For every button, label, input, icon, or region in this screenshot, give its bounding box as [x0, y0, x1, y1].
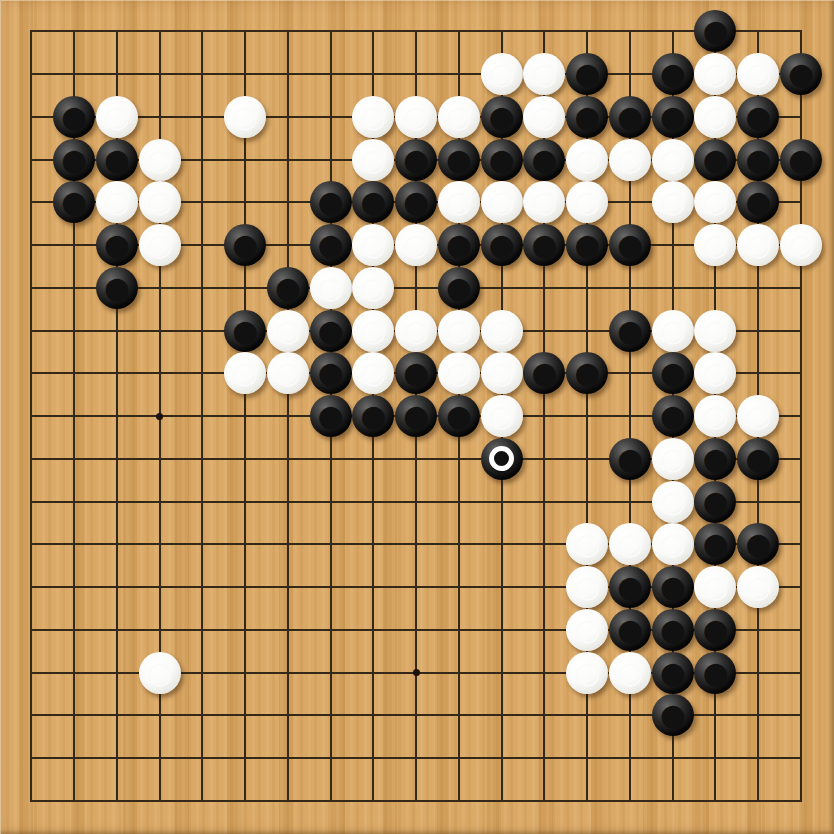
stone-white: ○	[310, 267, 352, 309]
stone-white: ○	[224, 352, 266, 394]
stone-white: ○	[352, 96, 394, 138]
stone-white: ○	[481, 395, 523, 437]
stone-white: ○	[352, 139, 394, 181]
stone-black: ●	[523, 139, 565, 181]
stone-black: ●	[694, 10, 736, 52]
stone-black: ●	[481, 224, 523, 266]
stone-black: ●	[438, 224, 480, 266]
stone-black: ●	[53, 139, 95, 181]
stone-white: ○	[96, 181, 138, 223]
stone-white: ○	[694, 310, 736, 352]
stone-black: ●	[481, 438, 523, 480]
stone-black: ●	[523, 352, 565, 394]
stone-black: ●	[694, 438, 736, 480]
grid-line-horizontal	[30, 800, 802, 802]
stone-black: ●	[395, 352, 437, 394]
stone-black: ●	[737, 523, 779, 565]
stone-black: ●	[481, 139, 523, 181]
stone-black: ●	[267, 267, 309, 309]
stone-white: ○	[352, 224, 394, 266]
stone-white: ○	[652, 139, 694, 181]
stone-white: ○	[395, 224, 437, 266]
stone-white: ○	[96, 96, 138, 138]
stone-black: ●	[566, 224, 608, 266]
stone-black: ●	[438, 267, 480, 309]
stone-black: ●	[780, 139, 822, 181]
stone-white: ○	[267, 310, 309, 352]
stone-white: ○	[481, 53, 523, 95]
stone-white: ○	[694, 96, 736, 138]
stone-black: ●	[694, 609, 736, 651]
stone-white: ○	[438, 181, 480, 223]
stone-black: ●	[310, 310, 352, 352]
stone-white: ○	[609, 523, 651, 565]
stone-black: ●	[96, 224, 138, 266]
stone-white: ○	[694, 181, 736, 223]
stone-white: ○	[438, 352, 480, 394]
stone-white: ○	[352, 310, 394, 352]
stone-white: ○	[694, 352, 736, 394]
stone-black: ●	[652, 96, 694, 138]
stone-white: ○	[737, 224, 779, 266]
stone-white: ○	[395, 310, 437, 352]
stone-black: ●	[53, 96, 95, 138]
grid-line-horizontal	[30, 757, 802, 759]
stone-black: ●	[694, 481, 736, 523]
stone-black: ●	[652, 566, 694, 608]
stone-black: ●	[694, 523, 736, 565]
stone-white: ○	[694, 566, 736, 608]
stone-black: ●	[609, 609, 651, 651]
stone-white: ○	[780, 224, 822, 266]
stone-black: ●	[352, 181, 394, 223]
stone-white: ○	[652, 438, 694, 480]
stone-black: ●	[652, 53, 694, 95]
stone-black: ●	[609, 310, 651, 352]
stone-white: ○	[566, 652, 608, 694]
stone-white: ○	[224, 96, 266, 138]
star-point	[156, 413, 163, 420]
stone-white: ○	[566, 523, 608, 565]
stone-black: ●	[395, 395, 437, 437]
stone-white: ○	[481, 310, 523, 352]
stone-white: ○	[352, 352, 394, 394]
stone-white: ○	[652, 310, 694, 352]
stone-black: ●	[224, 224, 266, 266]
stone-black: ●	[737, 139, 779, 181]
stone-white: ○	[481, 352, 523, 394]
stone-black: ●	[438, 139, 480, 181]
stone-black: ●	[53, 181, 95, 223]
stone-black: ●	[737, 438, 779, 480]
stone-white: ○	[438, 310, 480, 352]
stone-white: ○	[737, 566, 779, 608]
stone-black: ●	[694, 139, 736, 181]
stone-black: ●	[438, 395, 480, 437]
stone-black: ●	[566, 53, 608, 95]
stone-black: ●	[566, 352, 608, 394]
stone-black: ●	[96, 267, 138, 309]
stone-white: ○	[609, 652, 651, 694]
stone-black: ●	[352, 395, 394, 437]
stone-white: ○	[139, 139, 181, 181]
stone-black: ●	[395, 181, 437, 223]
stone-white: ○	[438, 96, 480, 138]
stone-black: ●	[609, 224, 651, 266]
stone-black: ●	[310, 352, 352, 394]
stone-black: ●	[523, 224, 565, 266]
stone-white: ○	[481, 181, 523, 223]
stone-black: ●	[652, 609, 694, 651]
stone-white: ○	[694, 53, 736, 95]
stone-black: ●	[310, 224, 352, 266]
stone-black: ●	[96, 139, 138, 181]
stone-black: ●	[737, 96, 779, 138]
stone-black: ●	[780, 53, 822, 95]
stone-black: ●	[310, 181, 352, 223]
stone-black: ●	[737, 181, 779, 223]
stone-black: ●	[395, 139, 437, 181]
stone-black: ●	[694, 652, 736, 694]
stone-white: ○	[566, 609, 608, 651]
stone-white: ○	[395, 96, 437, 138]
stone-black: ●	[481, 96, 523, 138]
stone-white: ○	[139, 652, 181, 694]
stone-white: ○	[139, 224, 181, 266]
stone-black: ●	[652, 652, 694, 694]
stone-white: ○	[566, 181, 608, 223]
stone-white: ○	[566, 566, 608, 608]
stone-white: ○	[267, 352, 309, 394]
stone-white: ○	[737, 53, 779, 95]
stone-white: ○	[609, 139, 651, 181]
stone-white: ○	[139, 181, 181, 223]
stone-white: ○	[737, 395, 779, 437]
stone-white: ○	[694, 224, 736, 266]
go-board[interactable]: ●○○●●○○●●○○○○○●○●●●○●●●○○●●●●○○○●●●●○○●●…	[0, 0, 834, 834]
stone-black: ●	[609, 566, 651, 608]
stone-black: ●	[310, 395, 352, 437]
stone-black: ●	[652, 352, 694, 394]
stone-white: ○	[652, 481, 694, 523]
stone-white: ○	[523, 181, 565, 223]
stone-black: ●	[609, 438, 651, 480]
stone-white: ○	[694, 395, 736, 437]
stone-white: ○	[652, 181, 694, 223]
stone-black: ●	[652, 694, 694, 736]
stone-white: ○	[523, 96, 565, 138]
star-point	[413, 669, 420, 676]
stone-black: ●	[224, 310, 266, 352]
stone-black: ●	[566, 96, 608, 138]
stone-black: ●	[652, 395, 694, 437]
stone-black: ●	[609, 96, 651, 138]
stone-white: ○	[352, 267, 394, 309]
stone-white: ○	[566, 139, 608, 181]
stone-white: ○	[523, 53, 565, 95]
stone-white: ○	[652, 523, 694, 565]
